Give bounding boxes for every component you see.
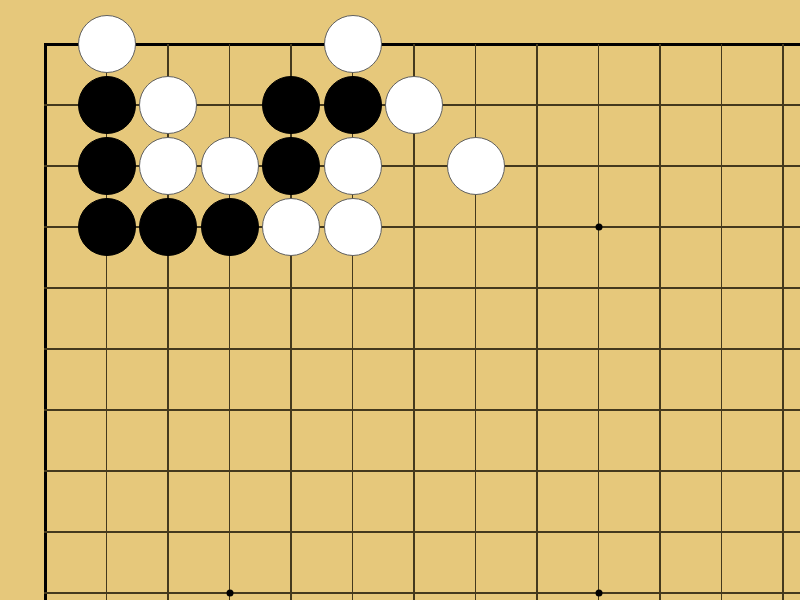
white-stone bbox=[139, 137, 197, 195]
grid-line-vertical bbox=[229, 44, 231, 600]
white-stone bbox=[324, 137, 382, 195]
grid-line-vertical bbox=[536, 44, 538, 600]
star-point bbox=[595, 224, 602, 231]
white-stone bbox=[78, 15, 136, 73]
grid-line-horizontal bbox=[44, 409, 800, 411]
grid-line-vertical bbox=[659, 44, 661, 600]
grid-line-horizontal bbox=[44, 287, 800, 289]
star-point bbox=[595, 590, 602, 597]
go-board[interactable] bbox=[14, 14, 800, 600]
black-stone bbox=[262, 137, 320, 195]
star-point bbox=[226, 590, 233, 597]
black-stone bbox=[262, 76, 320, 134]
grid-line-horizontal bbox=[44, 470, 800, 472]
board-edge-line-left bbox=[44, 44, 47, 600]
grid-line-horizontal bbox=[44, 348, 800, 350]
grid-line-vertical bbox=[721, 44, 723, 600]
grid-line-horizontal bbox=[44, 531, 800, 533]
grid-line-horizontal bbox=[44, 592, 800, 594]
white-stone bbox=[385, 76, 443, 134]
white-stone bbox=[262, 198, 320, 256]
white-stone bbox=[447, 137, 505, 195]
grid-line-vertical bbox=[598, 44, 600, 600]
black-stone bbox=[78, 76, 136, 134]
black-stone bbox=[201, 198, 259, 256]
white-stone bbox=[324, 198, 382, 256]
white-stone bbox=[139, 76, 197, 134]
white-stone bbox=[201, 137, 259, 195]
grid-line-vertical bbox=[782, 44, 784, 600]
black-stone bbox=[324, 76, 382, 134]
go-board-viewport bbox=[0, 0, 800, 600]
white-stone bbox=[324, 15, 382, 73]
black-stone bbox=[139, 198, 197, 256]
black-stone bbox=[78, 137, 136, 195]
board-edge-line-top bbox=[44, 43, 800, 46]
grid-line-vertical bbox=[475, 44, 477, 600]
black-stone bbox=[78, 198, 136, 256]
